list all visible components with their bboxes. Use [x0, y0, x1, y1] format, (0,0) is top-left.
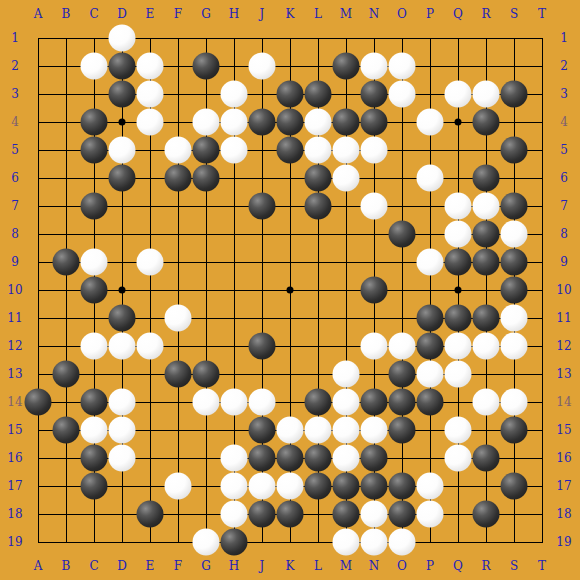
column-label-bottom-F: F	[174, 559, 182, 573]
row-label-left-8: 8	[11, 227, 19, 241]
stone-white-G19[interactable]	[193, 529, 220, 556]
stone-white-K17[interactable]	[277, 473, 304, 500]
row-label-right-6: 6	[560, 171, 568, 185]
column-label-top-H: H	[229, 7, 239, 21]
stone-white-Q7[interactable]	[445, 193, 472, 220]
stone-black-S10[interactable]	[501, 277, 528, 304]
column-label-top-J: J	[260, 7, 265, 21]
stone-white-C9[interactable]	[81, 249, 108, 276]
row-label-right-7: 7	[560, 199, 568, 213]
row-label-right-15: 15	[556, 423, 571, 437]
stone-black-R6[interactable]	[473, 165, 500, 192]
stone-black-K18[interactable]	[277, 501, 304, 528]
stone-white-E2[interactable]	[137, 53, 164, 80]
stone-white-Q16[interactable]	[445, 445, 472, 472]
column-label-top-F: F	[174, 7, 182, 21]
stone-black-L7[interactable]	[305, 193, 332, 220]
row-label-right-11: 11	[556, 311, 571, 325]
stone-white-Q13[interactable]	[445, 361, 472, 388]
stone-white-R7[interactable]	[473, 193, 500, 220]
stone-black-O8[interactable]	[389, 221, 416, 248]
stone-black-A14[interactable]	[25, 389, 52, 416]
stone-black-M4[interactable]	[333, 109, 360, 136]
stone-black-C5[interactable]	[81, 137, 108, 164]
stone-black-S17[interactable]	[501, 473, 528, 500]
star-point-K10	[287, 287, 294, 294]
stone-black-R8[interactable]	[473, 221, 500, 248]
stone-black-O18[interactable]	[389, 501, 416, 528]
row-label-right-19: 19	[556, 535, 571, 549]
stone-white-J14[interactable]	[249, 389, 276, 416]
row-label-right-14: 14	[556, 395, 571, 409]
stone-black-P14[interactable]	[417, 389, 444, 416]
row-label-left-7: 7	[11, 199, 19, 213]
row-label-left-2: 2	[11, 59, 19, 73]
column-label-top-E: E	[146, 7, 155, 21]
grid-line-vertical	[402, 38, 403, 543]
stone-black-G2[interactable]	[193, 53, 220, 80]
stone-white-O2[interactable]	[389, 53, 416, 80]
stone-white-D14[interactable]	[109, 389, 136, 416]
stone-white-H16[interactable]	[221, 445, 248, 472]
stone-white-C15[interactable]	[81, 417, 108, 444]
row-label-left-16: 16	[7, 451, 22, 465]
stone-black-R11[interactable]	[473, 305, 500, 332]
column-label-bottom-R: R	[481, 559, 490, 573]
stone-black-L14[interactable]	[305, 389, 332, 416]
stone-white-K15[interactable]	[277, 417, 304, 444]
stone-white-N7[interactable]	[361, 193, 388, 220]
stone-white-Q3[interactable]	[445, 81, 472, 108]
stone-white-R14[interactable]	[473, 389, 500, 416]
stone-black-O14[interactable]	[389, 389, 416, 416]
stone-white-H3[interactable]	[221, 81, 248, 108]
stone-black-F13[interactable]	[165, 361, 192, 388]
column-label-top-R: R	[481, 7, 490, 21]
stone-white-H17[interactable]	[221, 473, 248, 500]
stone-black-J15[interactable]	[249, 417, 276, 444]
row-label-right-16: 16	[556, 451, 571, 465]
stone-black-K3[interactable]	[277, 81, 304, 108]
stone-black-J16[interactable]	[249, 445, 276, 472]
column-label-bottom-H: H	[229, 559, 239, 573]
stone-white-O19[interactable]	[389, 529, 416, 556]
stone-white-M6[interactable]	[333, 165, 360, 192]
stone-black-B15[interactable]	[53, 417, 80, 444]
stone-black-L3[interactable]	[305, 81, 332, 108]
row-label-left-17: 17	[7, 479, 22, 493]
stone-white-R12[interactable]	[473, 333, 500, 360]
stone-white-D16[interactable]	[109, 445, 136, 472]
column-label-bottom-S: S	[510, 559, 518, 573]
stone-black-G5[interactable]	[193, 137, 220, 164]
row-label-left-12: 12	[7, 339, 22, 353]
column-label-top-M: M	[340, 7, 352, 21]
stone-black-L6[interactable]	[305, 165, 332, 192]
column-label-top-L: L	[314, 7, 322, 21]
stone-black-L17[interactable]	[305, 473, 332, 500]
stone-black-R18[interactable]	[473, 501, 500, 528]
column-label-bottom-K: K	[286, 559, 295, 573]
stone-black-C14[interactable]	[81, 389, 108, 416]
stone-white-N5[interactable]	[361, 137, 388, 164]
stone-black-C17[interactable]	[81, 473, 108, 500]
stone-white-P9[interactable]	[417, 249, 444, 276]
stone-black-D2[interactable]	[109, 53, 136, 80]
stone-black-O17[interactable]	[389, 473, 416, 500]
column-label-bottom-N: N	[369, 559, 380, 573]
row-label-left-1: 1	[11, 31, 19, 45]
stone-black-K16[interactable]	[277, 445, 304, 472]
column-label-bottom-Q: Q	[453, 559, 463, 573]
stone-white-S11[interactable]	[501, 305, 528, 332]
stone-black-J12[interactable]	[249, 333, 276, 360]
column-label-bottom-O: O	[397, 559, 407, 573]
stone-white-M19[interactable]	[333, 529, 360, 556]
stone-white-H5[interactable]	[221, 137, 248, 164]
stone-black-N17[interactable]	[361, 473, 388, 500]
column-label-bottom-B: B	[62, 559, 71, 573]
row-label-left-11: 11	[7, 311, 22, 325]
stone-black-S7[interactable]	[501, 193, 528, 220]
stone-black-D11[interactable]	[109, 305, 136, 332]
column-label-bottom-P: P	[426, 559, 434, 573]
row-label-left-15: 15	[7, 423, 22, 437]
stone-black-N3[interactable]	[361, 81, 388, 108]
row-label-right-17: 17	[556, 479, 571, 493]
stone-black-G13[interactable]	[193, 361, 220, 388]
column-label-top-A: A	[34, 7, 43, 21]
column-label-top-S: S	[510, 7, 518, 21]
stone-black-R16[interactable]	[473, 445, 500, 472]
stone-white-E9[interactable]	[137, 249, 164, 276]
row-label-right-5: 5	[560, 143, 568, 157]
stone-white-O12[interactable]	[389, 333, 416, 360]
stone-white-C2[interactable]	[81, 53, 108, 80]
stone-black-C10[interactable]	[81, 277, 108, 304]
row-label-left-19: 19	[7, 535, 22, 549]
star-point-Q4	[455, 119, 462, 126]
stone-white-M13[interactable]	[333, 361, 360, 388]
stone-white-D15[interactable]	[109, 417, 136, 444]
stone-black-S5[interactable]	[501, 137, 528, 164]
stone-white-E3[interactable]	[137, 81, 164, 108]
column-label-top-G: G	[201, 7, 211, 21]
stone-white-Q8[interactable]	[445, 221, 472, 248]
row-label-right-8: 8	[560, 227, 568, 241]
stone-white-P4[interactable]	[417, 109, 444, 136]
stone-black-N4[interactable]	[361, 109, 388, 136]
star-point-D10	[119, 287, 126, 294]
row-label-right-12: 12	[556, 339, 571, 353]
stone-white-F11[interactable]	[165, 305, 192, 332]
row-label-right-4: 4	[560, 115, 568, 129]
go-board[interactable]: AABBCCDDEEFFGGHHJJKKLLMMNNOOPPQQRRSSTT11…	[0, 0, 580, 580]
stone-white-J17[interactable]	[249, 473, 276, 500]
stone-white-S8[interactable]	[501, 221, 528, 248]
stone-black-E18[interactable]	[137, 501, 164, 528]
stone-black-S15[interactable]	[501, 417, 528, 444]
row-label-left-6: 6	[11, 171, 19, 185]
stone-white-N2[interactable]	[361, 53, 388, 80]
column-label-bottom-E: E	[146, 559, 155, 573]
stone-black-D3[interactable]	[109, 81, 136, 108]
stone-white-C12[interactable]	[81, 333, 108, 360]
row-label-left-18: 18	[7, 507, 22, 521]
column-label-top-B: B	[62, 7, 71, 21]
stone-white-M16[interactable]	[333, 445, 360, 472]
stone-black-M18[interactable]	[333, 501, 360, 528]
stone-black-B9[interactable]	[53, 249, 80, 276]
stone-black-J7[interactable]	[249, 193, 276, 220]
stone-white-M15[interactable]	[333, 417, 360, 444]
stone-black-M17[interactable]	[333, 473, 360, 500]
stone-white-N12[interactable]	[361, 333, 388, 360]
column-label-top-T: T	[538, 7, 546, 21]
stone-black-S3[interactable]	[501, 81, 528, 108]
stone-black-K4[interactable]	[277, 109, 304, 136]
column-label-top-D: D	[117, 7, 127, 21]
row-label-left-13: 13	[7, 367, 22, 381]
stone-white-L15[interactable]	[305, 417, 332, 444]
column-label-top-C: C	[89, 7, 98, 21]
stone-black-H19[interactable]	[221, 529, 248, 556]
stone-white-H18[interactable]	[221, 501, 248, 528]
stone-white-R3[interactable]	[473, 81, 500, 108]
row-label-right-1: 1	[560, 31, 568, 45]
column-label-bottom-G: G	[201, 559, 211, 573]
stone-black-Q11[interactable]	[445, 305, 472, 332]
stone-black-M2[interactable]	[333, 53, 360, 80]
stone-black-C4[interactable]	[81, 109, 108, 136]
column-label-bottom-D: D	[117, 559, 127, 573]
stone-black-D6[interactable]	[109, 165, 136, 192]
stone-white-P13[interactable]	[417, 361, 444, 388]
stone-white-H4[interactable]	[221, 109, 248, 136]
star-point-Q10	[455, 287, 462, 294]
stone-white-G4[interactable]	[193, 109, 220, 136]
stone-black-N14[interactable]	[361, 389, 388, 416]
stone-black-N16[interactable]	[361, 445, 388, 472]
stone-black-S9[interactable]	[501, 249, 528, 276]
row-label-left-14: 14	[7, 395, 22, 409]
stone-black-G6[interactable]	[193, 165, 220, 192]
stone-black-N10[interactable]	[361, 277, 388, 304]
row-label-right-10: 10	[556, 283, 571, 297]
stone-white-L4[interactable]	[305, 109, 332, 136]
grid-line-vertical	[542, 38, 543, 543]
column-label-bottom-L: L	[314, 559, 322, 573]
column-label-top-Q: Q	[453, 7, 463, 21]
column-label-top-N: N	[369, 7, 380, 21]
stone-white-D12[interactable]	[109, 333, 136, 360]
row-label-right-9: 9	[560, 255, 568, 269]
stone-black-O15[interactable]	[389, 417, 416, 444]
stone-white-F17[interactable]	[165, 473, 192, 500]
stone-white-D5[interactable]	[109, 137, 136, 164]
column-label-bottom-J: J	[260, 559, 265, 573]
stone-white-O3[interactable]	[389, 81, 416, 108]
column-label-top-K: K	[286, 7, 295, 21]
stone-white-S12[interactable]	[501, 333, 528, 360]
row-label-right-2: 2	[560, 59, 568, 73]
row-label-right-3: 3	[560, 87, 568, 101]
stone-black-C7[interactable]	[81, 193, 108, 220]
column-label-top-P: P	[426, 7, 434, 21]
stone-black-L16[interactable]	[305, 445, 332, 472]
stone-white-G14[interactable]	[193, 389, 220, 416]
stone-black-B13[interactable]	[53, 361, 80, 388]
column-label-bottom-T: T	[538, 559, 546, 573]
stone-white-E12[interactable]	[137, 333, 164, 360]
column-label-top-O: O	[397, 7, 407, 21]
stone-white-D1[interactable]	[109, 25, 136, 52]
stone-white-J2[interactable]	[249, 53, 276, 80]
stone-white-P18[interactable]	[417, 501, 444, 528]
stone-black-K5[interactable]	[277, 137, 304, 164]
stone-white-F5[interactable]	[165, 137, 192, 164]
stone-black-Q9[interactable]	[445, 249, 472, 276]
stone-white-N18[interactable]	[361, 501, 388, 528]
row-label-right-18: 18	[556, 507, 571, 521]
stone-white-E4[interactable]	[137, 109, 164, 136]
column-label-bottom-M: M	[340, 559, 352, 573]
stone-black-J18[interactable]	[249, 501, 276, 528]
grid-line-horizontal	[38, 542, 543, 543]
stone-white-S14[interactable]	[501, 389, 528, 416]
stone-white-L5[interactable]	[305, 137, 332, 164]
stone-black-F6[interactable]	[165, 165, 192, 192]
stone-black-P12[interactable]	[417, 333, 444, 360]
stone-white-N19[interactable]	[361, 529, 388, 556]
row-label-left-5: 5	[11, 143, 19, 157]
column-label-bottom-C: C	[89, 559, 98, 573]
stone-white-H14[interactable]	[221, 389, 248, 416]
row-label-left-10: 10	[7, 283, 22, 297]
stone-white-P17[interactable]	[417, 473, 444, 500]
row-label-right-13: 13	[556, 367, 571, 381]
stone-black-J4[interactable]	[249, 109, 276, 136]
column-label-bottom-A: A	[34, 559, 43, 573]
row-label-left-9: 9	[11, 255, 19, 269]
stone-black-C16[interactable]	[81, 445, 108, 472]
stone-white-N15[interactable]	[361, 417, 388, 444]
row-label-left-4: 4	[11, 115, 19, 129]
stone-black-O13[interactable]	[389, 361, 416, 388]
stone-white-P6[interactable]	[417, 165, 444, 192]
stone-black-R9[interactable]	[473, 249, 500, 276]
star-point-D4	[119, 119, 126, 126]
stone-black-P11[interactable]	[417, 305, 444, 332]
stone-white-Q15[interactable]	[445, 417, 472, 444]
stone-black-R4[interactable]	[473, 109, 500, 136]
stone-white-Q12[interactable]	[445, 333, 472, 360]
stone-white-M5[interactable]	[333, 137, 360, 164]
row-label-left-3: 3	[11, 87, 19, 101]
stone-white-M14[interactable]	[333, 389, 360, 416]
